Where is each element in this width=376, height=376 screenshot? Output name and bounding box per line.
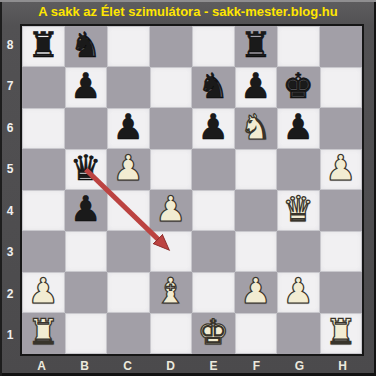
- square-f5[interactable]: [235, 149, 278, 190]
- file-label-a: A: [20, 357, 63, 374]
- square-e7[interactable]: ♞: [192, 67, 235, 108]
- square-c6[interactable]: ♟: [107, 108, 150, 149]
- square-g1[interactable]: [277, 313, 320, 354]
- file-label-b: B: [63, 357, 106, 374]
- square-b5[interactable]: ♛: [65, 149, 108, 190]
- black-pawn: ♟: [283, 110, 314, 145]
- white-pawn: ♟: [113, 151, 144, 186]
- square-e1[interactable]: ♚: [192, 313, 235, 354]
- rank-label-4: 4: [0, 190, 20, 232]
- square-h8[interactable]: [320, 26, 363, 67]
- square-c7[interactable]: [107, 67, 150, 108]
- black-knight: ♞: [198, 69, 229, 104]
- black-rook: ♜: [28, 28, 59, 63]
- square-a6[interactable]: [22, 108, 65, 149]
- square-g5[interactable]: [277, 149, 320, 190]
- black-pawn: ♟: [70, 192, 101, 227]
- square-c4[interactable]: [107, 190, 150, 231]
- square-a1[interactable]: ♜: [22, 313, 65, 354]
- square-b4[interactable]: ♟: [65, 190, 108, 231]
- square-a7[interactable]: [22, 67, 65, 108]
- square-h3[interactable]: [320, 231, 363, 272]
- white-rook: ♜: [28, 315, 59, 350]
- file-labels: ABCDEFGH: [20, 357, 364, 374]
- white-bishop: ♝: [155, 274, 186, 309]
- white-rook: ♜: [325, 315, 356, 350]
- file-label-h: H: [321, 357, 364, 374]
- black-queen: ♛: [70, 151, 101, 186]
- square-e2[interactable]: [192, 272, 235, 313]
- white-king: ♚: [198, 315, 229, 350]
- file-label-f: F: [235, 357, 278, 374]
- rank-label-3: 3: [0, 232, 20, 274]
- square-a2[interactable]: ♟: [22, 272, 65, 313]
- black-pawn: ♟: [198, 110, 229, 145]
- square-h4[interactable]: [320, 190, 363, 231]
- rank-label-5: 5: [0, 149, 20, 191]
- square-d1[interactable]: [150, 313, 193, 354]
- rank-label-2: 2: [0, 273, 20, 315]
- square-c3[interactable]: [107, 231, 150, 272]
- file-label-d: D: [149, 357, 192, 374]
- square-d8[interactable]: [150, 26, 193, 67]
- white-pawn: ♟: [155, 192, 186, 227]
- square-b8[interactable]: ♞: [65, 26, 108, 67]
- square-d2[interactable]: ♝: [150, 272, 193, 313]
- square-c8[interactable]: [107, 26, 150, 67]
- square-b1[interactable]: [65, 313, 108, 354]
- square-g4[interactable]: ♛: [277, 190, 320, 231]
- file-label-e: E: [192, 357, 235, 374]
- square-e3[interactable]: [192, 231, 235, 272]
- white-queen: ♛: [283, 192, 314, 227]
- square-d5[interactable]: [150, 149, 193, 190]
- black-pawn: ♟: [113, 110, 144, 145]
- file-label-g: G: [278, 357, 321, 374]
- white-pawn: ♟: [28, 274, 59, 309]
- black-rook: ♜: [240, 28, 271, 63]
- square-d6[interactable]: [150, 108, 193, 149]
- square-h7[interactable]: [320, 67, 363, 108]
- square-b2[interactable]: [65, 272, 108, 313]
- square-a4[interactable]: [22, 190, 65, 231]
- square-h6[interactable]: [320, 108, 363, 149]
- square-g2[interactable]: ♟: [277, 272, 320, 313]
- white-pawn: ♟: [325, 151, 356, 186]
- square-g7[interactable]: ♚: [277, 67, 320, 108]
- square-e6[interactable]: ♟: [192, 108, 235, 149]
- square-g3[interactable]: [277, 231, 320, 272]
- square-h2[interactable]: [320, 272, 363, 313]
- square-f3[interactable]: [235, 231, 278, 272]
- rank-label-6: 6: [0, 107, 20, 149]
- square-c1[interactable]: [107, 313, 150, 354]
- square-h1[interactable]: ♜: [320, 313, 363, 354]
- square-a8[interactable]: ♜: [22, 26, 65, 67]
- square-e4[interactable]: [192, 190, 235, 231]
- rank-label-1: 1: [0, 315, 20, 357]
- title-bar: A sakk az Élet szimulátora - sakk-mester…: [0, 4, 376, 19]
- square-h5[interactable]: ♟: [320, 149, 363, 190]
- rank-labels: 87654321: [0, 24, 20, 356]
- square-a3[interactable]: [22, 231, 65, 272]
- square-f8[interactable]: ♜: [235, 26, 278, 67]
- white-pawn: ♟: [240, 274, 271, 309]
- square-f1[interactable]: [235, 313, 278, 354]
- rank-label-7: 7: [0, 66, 20, 108]
- square-d4[interactable]: ♟: [150, 190, 193, 231]
- black-pawn: ♟: [240, 69, 271, 104]
- black-pawn: ♟: [70, 69, 101, 104]
- square-e8[interactable]: [192, 26, 235, 67]
- chess-app-window: A sakk az Élet szimulátora - sakk-mester…: [0, 0, 376, 376]
- square-g6[interactable]: ♟: [277, 108, 320, 149]
- square-d3[interactable]: [150, 231, 193, 272]
- black-king: ♚: [283, 69, 314, 104]
- black-knight: ♞: [70, 28, 101, 63]
- square-f7[interactable]: ♟: [235, 67, 278, 108]
- square-c2[interactable]: [107, 272, 150, 313]
- square-b7[interactable]: ♟: [65, 67, 108, 108]
- rank-label-8: 8: [0, 24, 20, 66]
- square-f2[interactable]: ♟: [235, 272, 278, 313]
- square-b3[interactable]: [65, 231, 108, 272]
- square-c5[interactable]: ♟: [107, 149, 150, 190]
- square-f4[interactable]: [235, 190, 278, 231]
- square-g8[interactable]: [277, 26, 320, 67]
- square-e5[interactable]: [192, 149, 235, 190]
- square-f6[interactable]: ♞: [235, 108, 278, 149]
- square-a5[interactable]: [22, 149, 65, 190]
- square-d7[interactable]: [150, 67, 193, 108]
- white-knight: ♞: [240, 110, 271, 145]
- white-pawn: ♟: [283, 274, 314, 309]
- chess-board: ♜♞♜♟♞♟♚♟♟♞♟♛♟♟♟♟♛♟♝♟♟♜♚♜: [20, 24, 364, 356]
- square-b6[interactable]: [65, 108, 108, 149]
- file-label-c: C: [106, 357, 149, 374]
